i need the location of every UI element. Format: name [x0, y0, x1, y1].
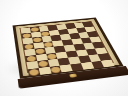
folding-board: ●●●●●●●●●●●●	[13, 18, 124, 79]
brass-clasp-icon	[69, 73, 77, 77]
chessboard-grid: ●●●●●●●●●●●●	[21, 22, 113, 72]
frame-pinstripe: ●●●●●●●●●●●●	[19, 21, 113, 73]
square-h1[interactable]	[101, 59, 115, 67]
product-photo-stage: ●●●●●●●●●●●●	[0, 0, 128, 96]
